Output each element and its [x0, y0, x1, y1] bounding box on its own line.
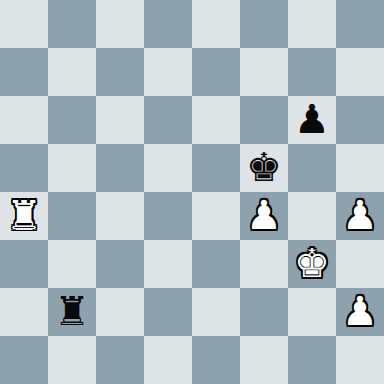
square-g3[interactable]: ♚ — [288, 240, 336, 288]
square-c8[interactable] — [96, 0, 144, 48]
white-king-g3[interactable]: ♚ — [294, 239, 330, 287]
square-a7[interactable] — [0, 48, 48, 96]
square-c3[interactable] — [96, 240, 144, 288]
square-a8[interactable] — [0, 0, 48, 48]
square-f3[interactable] — [240, 240, 288, 288]
square-g6[interactable]: ♟ — [288, 96, 336, 144]
white-pawn-h4[interactable]: ♟ — [342, 191, 378, 239]
square-h4[interactable]: ♟ — [336, 192, 384, 240]
square-d8[interactable] — [144, 0, 192, 48]
square-c1[interactable] — [96, 336, 144, 384]
square-h1[interactable] — [336, 336, 384, 384]
square-g4[interactable] — [288, 192, 336, 240]
square-h5[interactable] — [336, 144, 384, 192]
square-e8[interactable] — [192, 0, 240, 48]
white-pawn-h2[interactable]: ♟ — [342, 287, 378, 335]
square-g2[interactable] — [288, 288, 336, 336]
square-g7[interactable] — [288, 48, 336, 96]
square-b3[interactable] — [48, 240, 96, 288]
square-e6[interactable] — [192, 96, 240, 144]
square-f4[interactable]: ♟ — [240, 192, 288, 240]
square-b6[interactable] — [48, 96, 96, 144]
square-h6[interactable] — [336, 96, 384, 144]
square-a6[interactable] — [0, 96, 48, 144]
square-a3[interactable] — [0, 240, 48, 288]
square-d4[interactable] — [144, 192, 192, 240]
square-a4[interactable]: ♜ — [0, 192, 48, 240]
square-e1[interactable] — [192, 336, 240, 384]
square-f1[interactable] — [240, 336, 288, 384]
square-e4[interactable] — [192, 192, 240, 240]
square-a1[interactable] — [0, 336, 48, 384]
square-h7[interactable] — [336, 48, 384, 96]
square-f2[interactable] — [240, 288, 288, 336]
square-c7[interactable] — [96, 48, 144, 96]
black-pawn-g6[interactable]: ♟ — [294, 95, 330, 143]
square-b4[interactable] — [48, 192, 96, 240]
square-e3[interactable] — [192, 240, 240, 288]
square-f7[interactable] — [240, 48, 288, 96]
black-king-f5[interactable]: ♚ — [246, 143, 282, 191]
square-d7[interactable] — [144, 48, 192, 96]
square-a2[interactable] — [0, 288, 48, 336]
square-e7[interactable] — [192, 48, 240, 96]
square-a5[interactable] — [0, 144, 48, 192]
square-h2[interactable]: ♟ — [336, 288, 384, 336]
square-g8[interactable] — [288, 0, 336, 48]
square-d5[interactable] — [144, 144, 192, 192]
square-b7[interactable] — [48, 48, 96, 96]
square-c2[interactable] — [96, 288, 144, 336]
square-f6[interactable] — [240, 96, 288, 144]
square-d6[interactable] — [144, 96, 192, 144]
square-e2[interactable] — [192, 288, 240, 336]
square-c4[interactable] — [96, 192, 144, 240]
square-b5[interactable] — [48, 144, 96, 192]
square-e5[interactable] — [192, 144, 240, 192]
black-rook-b2[interactable]: ♜ — [54, 287, 90, 335]
square-d1[interactable] — [144, 336, 192, 384]
square-d3[interactable] — [144, 240, 192, 288]
square-h8[interactable] — [336, 0, 384, 48]
square-b8[interactable] — [48, 0, 96, 48]
square-c5[interactable] — [96, 144, 144, 192]
white-rook-a4[interactable]: ♜ — [6, 191, 42, 239]
square-h3[interactable] — [336, 240, 384, 288]
square-f5[interactable]: ♚ — [240, 144, 288, 192]
chess-board: ♟♚♜♟♟♚♜♟ — [0, 0, 384, 384]
square-f8[interactable] — [240, 0, 288, 48]
square-g1[interactable] — [288, 336, 336, 384]
square-d2[interactable] — [144, 288, 192, 336]
square-b1[interactable] — [48, 336, 96, 384]
square-g5[interactable] — [288, 144, 336, 192]
square-c6[interactable] — [96, 96, 144, 144]
white-pawn-f4[interactable]: ♟ — [246, 191, 282, 239]
square-b2[interactable]: ♜ — [48, 288, 96, 336]
